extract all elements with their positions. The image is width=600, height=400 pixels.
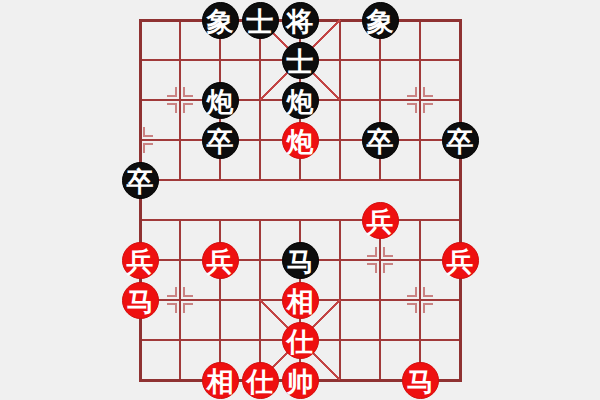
piece-black-elephant[interactable]: 象 — [362, 2, 399, 39]
piece-glyph: 炮 — [207, 88, 234, 115]
piece-glyph: 兵 — [367, 208, 394, 235]
piece-glyph: 士 — [287, 48, 314, 75]
piece-glyph: 卒 — [207, 128, 234, 155]
piece-red-soldier[interactable]: 兵 — [202, 242, 239, 279]
piece-red-horse[interactable]: 马 — [122, 282, 159, 319]
piece-red-advisor[interactable]: 仕 — [242, 362, 279, 399]
piece-glyph: 象 — [367, 8, 394, 35]
piece-black-soldier[interactable]: 卒 — [362, 122, 399, 159]
piece-black-general[interactable]: 将 — [282, 2, 319, 39]
piece-red-horse[interactable]: 马 — [402, 362, 439, 399]
piece-glyph: 兵 — [447, 248, 474, 275]
piece-red-soldier[interactable]: 兵 — [442, 242, 479, 279]
piece-glyph: 马 — [127, 288, 154, 315]
piece-glyph: 相 — [287, 288, 314, 315]
piece-glyph: 士 — [247, 8, 274, 35]
piece-glyph: 炮 — [287, 88, 314, 115]
piece-black-soldier[interactable]: 卒 — [122, 162, 159, 199]
piece-glyph: 象 — [207, 8, 234, 35]
piece-red-soldier[interactable]: 兵 — [362, 202, 399, 239]
xiangqi-board[interactable]: 象士将象士炮炮卒炮卒卒卒兵兵兵马兵马相仕相仕帅马 — [0, 0, 600, 400]
piece-red-elephant[interactable]: 相 — [202, 362, 239, 399]
pieces-layer: 象士将象士炮炮卒炮卒卒卒兵兵兵马兵马相仕相仕帅马 — [0, 0, 600, 400]
piece-red-advisor[interactable]: 仕 — [282, 322, 319, 359]
piece-red-cannon[interactable]: 炮 — [282, 122, 319, 159]
piece-glyph: 帅 — [287, 368, 314, 395]
piece-glyph: 兵 — [127, 248, 154, 275]
piece-glyph: 卒 — [127, 168, 154, 195]
piece-glyph: 仕 — [287, 328, 314, 355]
piece-glyph: 兵 — [207, 248, 234, 275]
piece-black-cannon[interactable]: 炮 — [282, 82, 319, 119]
piece-glyph: 卒 — [447, 128, 474, 155]
piece-black-horse[interactable]: 马 — [282, 242, 319, 279]
piece-red-elephant[interactable]: 相 — [282, 282, 319, 319]
piece-glyph: 炮 — [287, 128, 314, 155]
piece-glyph: 马 — [407, 368, 434, 395]
piece-glyph: 仕 — [247, 368, 274, 395]
piece-glyph: 将 — [287, 8, 314, 35]
piece-glyph: 相 — [207, 368, 234, 395]
piece-black-advisor[interactable]: 士 — [242, 2, 279, 39]
piece-glyph: 卒 — [367, 128, 394, 155]
piece-red-general[interactable]: 帅 — [282, 362, 319, 399]
piece-black-soldier[interactable]: 卒 — [202, 122, 239, 159]
app-background: 象士将象士炮炮卒炮卒卒卒兵兵兵马兵马相仕相仕帅马 — [0, 0, 600, 400]
piece-black-soldier[interactable]: 卒 — [442, 122, 479, 159]
piece-red-soldier[interactable]: 兵 — [122, 242, 159, 279]
piece-black-elephant[interactable]: 象 — [202, 2, 239, 39]
piece-black-cannon[interactable]: 炮 — [202, 82, 239, 119]
piece-glyph: 马 — [287, 248, 314, 275]
piece-black-advisor[interactable]: 士 — [282, 42, 319, 79]
